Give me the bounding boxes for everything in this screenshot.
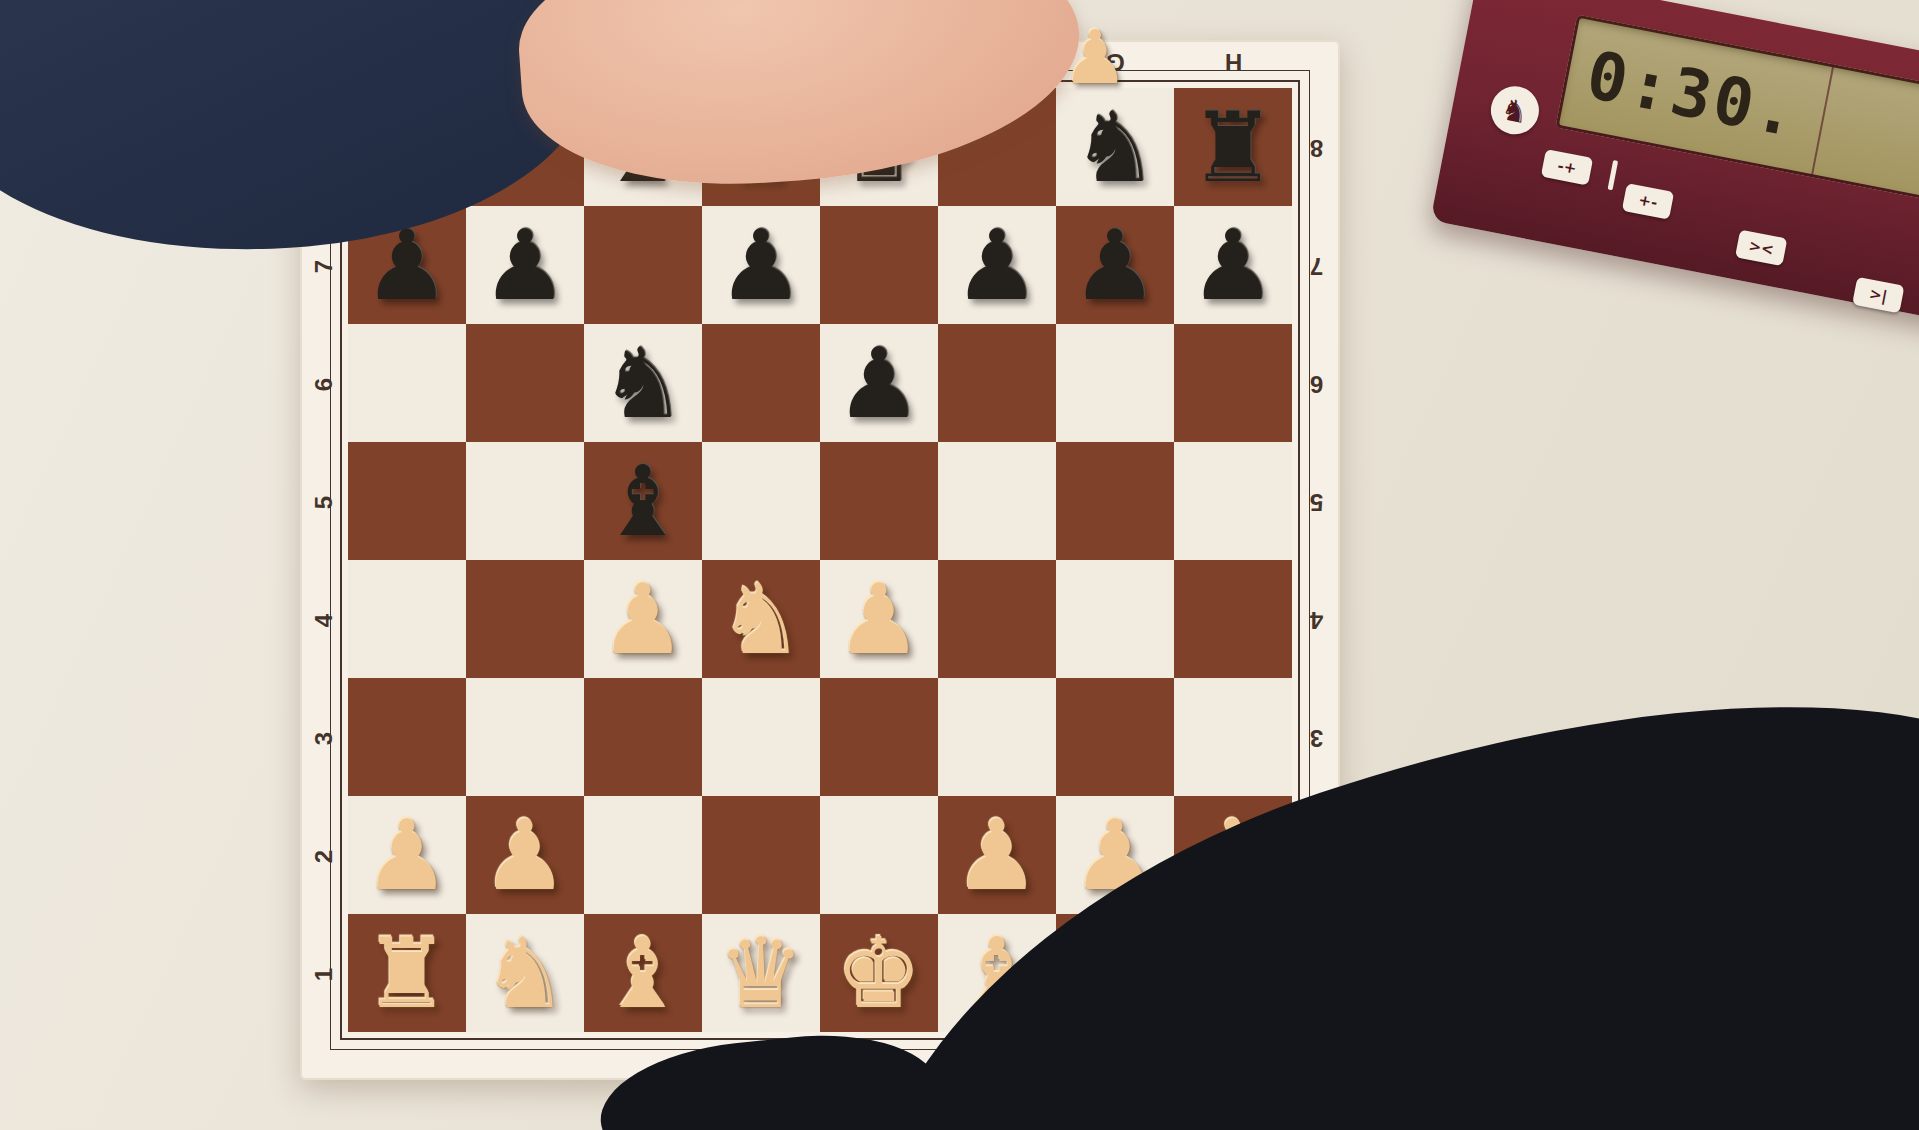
square-d7: ♟ [702, 206, 820, 324]
square-c7 [584, 206, 702, 324]
square-h5 [1174, 442, 1292, 560]
rank-label-left-4: 4 [310, 596, 338, 644]
rank-label-left-3: 3 [310, 714, 338, 762]
square-h7: ♟ [1174, 206, 1292, 324]
black-pawn-h7: ♟ [1174, 206, 1292, 324]
square-d3 [702, 678, 820, 796]
square-c6: ♞ [584, 324, 702, 442]
square-f3 [938, 678, 1056, 796]
clock-button-minus-plus: -+ [1541, 149, 1593, 186]
white-pawn-c4: ♟ [584, 560, 702, 678]
rank-label-right-7: 7 [1292, 252, 1340, 280]
square-g4 [1056, 560, 1174, 678]
square-d1: ♛ [702, 914, 820, 1032]
square-b3 [466, 678, 584, 796]
square-b7: ♟ [466, 206, 584, 324]
rank-label-left-2: 2 [310, 832, 338, 880]
white-bishop-c1: ♝ [584, 914, 702, 1032]
square-e7 [820, 206, 938, 324]
square-g6 [1056, 324, 1174, 442]
square-g3 [1056, 678, 1174, 796]
square-h8: ♜ [1174, 88, 1292, 206]
white-rook-a1: ♜ [348, 914, 466, 1032]
square-d6 [702, 324, 820, 442]
square-a3 [348, 678, 466, 796]
clock-button-play: >| [1852, 277, 1904, 314]
square-f5 [938, 442, 1056, 560]
rank-label-left-6: 6 [310, 360, 338, 408]
square-a4 [348, 560, 466, 678]
black-knight-c6: ♞ [584, 324, 702, 442]
square-h6 [1174, 324, 1292, 442]
square-h4 [1174, 560, 1292, 678]
square-g8: ♞ [1056, 88, 1174, 206]
square-d4: ♞ [702, 560, 820, 678]
square-e5 [820, 442, 938, 560]
clock-button-divider [1608, 160, 1619, 190]
white-pawn-e4: ♟ [820, 560, 938, 678]
square-a2: ♟ [348, 796, 466, 914]
square-c5: ♝ [584, 442, 702, 560]
square-b1: ♞ [466, 914, 584, 1032]
square-f4 [938, 560, 1056, 678]
white-knight-d4: ♞ [702, 560, 820, 678]
square-h3 [1174, 678, 1292, 796]
rank-label-right-8: 8 [1292, 134, 1340, 162]
file-label-top-h: H [1174, 48, 1292, 76]
square-c3 [584, 678, 702, 796]
square-f7: ♟ [938, 206, 1056, 324]
lcd-zone-divider [1811, 64, 1835, 177]
black-pawn-e6: ♟ [820, 324, 938, 442]
square-a6 [348, 324, 466, 442]
rank-label-right-5: 5 [1292, 488, 1340, 516]
rank-label-left-7: 7 [310, 242, 338, 290]
square-g5 [1056, 442, 1174, 560]
black-pawn-b7: ♟ [466, 206, 584, 324]
white-knight-b1: ♞ [466, 914, 584, 1032]
square-e1: ♚ [820, 914, 938, 1032]
rank-label-right-4: 4 [1292, 606, 1340, 634]
black-rook-h8: ♜ [1174, 88, 1292, 206]
square-e6: ♟ [820, 324, 938, 442]
square-e2 [820, 796, 938, 914]
square-b6 [466, 324, 584, 442]
white-king-e1: ♚ [820, 914, 938, 1032]
black-pawn-d7: ♟ [702, 206, 820, 324]
square-b2: ♟ [466, 796, 584, 914]
black-pawn-g7: ♟ [1056, 206, 1174, 324]
rank-label-right-6: 6 [1292, 370, 1340, 398]
clock-lcd: 0:30. 0:30 [1555, 14, 1919, 234]
square-f2: ♟ [938, 796, 1056, 914]
square-g7: ♟ [1056, 206, 1174, 324]
white-queen-d1: ♛ [702, 914, 820, 1032]
square-b5 [466, 442, 584, 560]
square-f6 [938, 324, 1056, 442]
clock-knight-logo: ♞ [1487, 82, 1543, 138]
white-time-display: 0:30. [1581, 36, 1805, 152]
clock-button-swap: >< [1735, 230, 1787, 267]
square-b4 [466, 560, 584, 678]
white-pawn-b2: ♟ [466, 796, 584, 914]
tournament-chess-photo: ♜♝♛♚♞♜♟♟♟♟♟♟♞♟♝♟♞♟♟♟♟♟♟♜♞♝♛♚♝♜ ABCDEFGH8… [0, 0, 1919, 1130]
rank-label-right-3: 3 [1292, 724, 1340, 752]
square-d2 [702, 796, 820, 914]
rank-label-left-1: 1 [310, 950, 338, 998]
clock-button-plus-minus: +- [1622, 183, 1674, 220]
captured-white-pawn-on-border: ♟ [1062, 14, 1128, 100]
square-c2 [584, 796, 702, 914]
square-a1: ♜ [348, 914, 466, 1032]
chess-clock: 0:30. 0:30 ♞ -+ +- >< >| [1430, 0, 1919, 358]
square-e4: ♟ [820, 560, 938, 678]
square-e3 [820, 678, 938, 796]
black-pawn-f7: ♟ [938, 206, 1056, 324]
square-c1: ♝ [584, 914, 702, 1032]
black-knight-g8: ♞ [1056, 88, 1174, 206]
square-a5 [348, 442, 466, 560]
square-c4: ♟ [584, 560, 702, 678]
white-pawn-f2: ♟ [938, 796, 1056, 914]
square-d5 [702, 442, 820, 560]
black-bishop-c5: ♝ [584, 442, 702, 560]
white-pawn-a2: ♟ [348, 796, 466, 914]
rank-label-left-5: 5 [310, 478, 338, 526]
